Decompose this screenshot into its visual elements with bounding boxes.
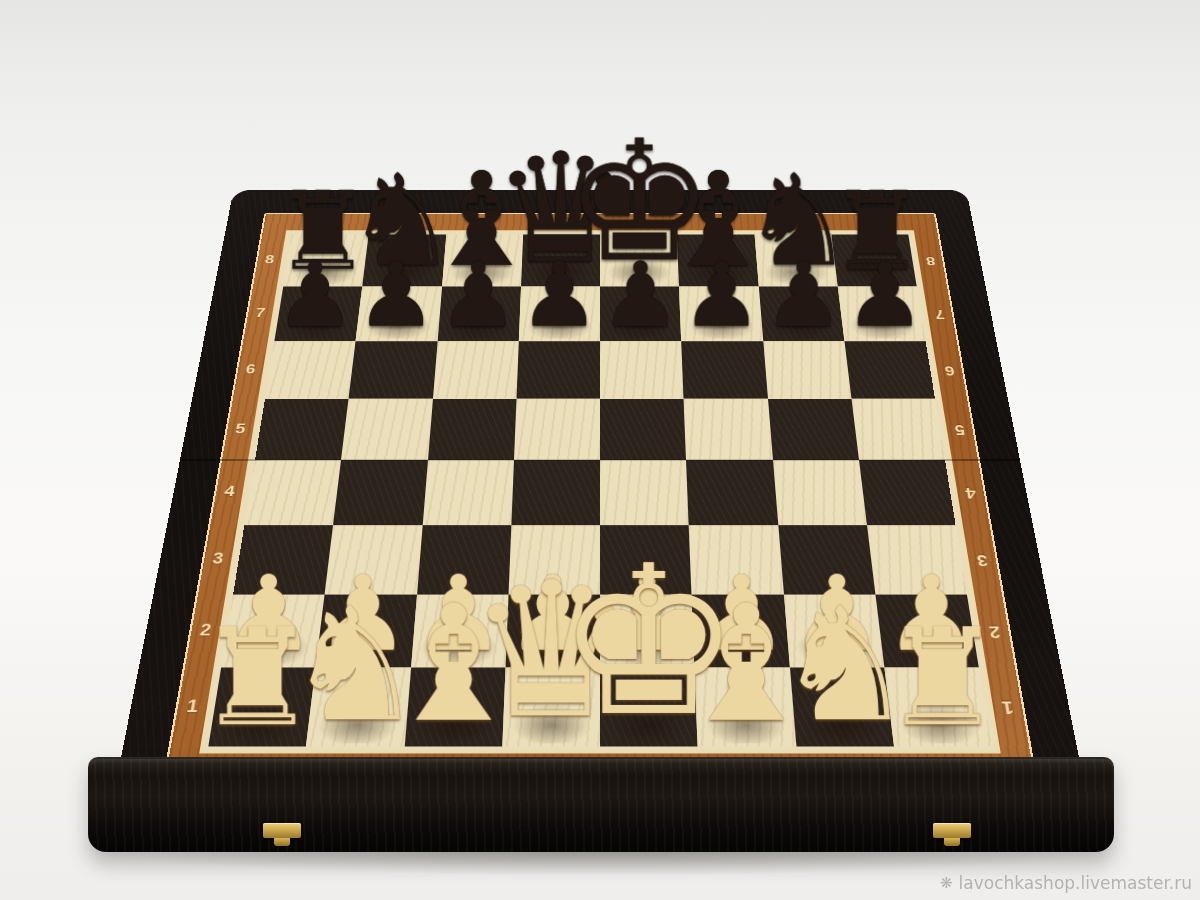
square-g4[interactable] <box>773 460 867 525</box>
square-b6[interactable] <box>349 341 437 399</box>
square-d7[interactable]: ♟ <box>519 286 600 341</box>
square-e4[interactable] <box>600 460 689 525</box>
square-c7[interactable]: ♟ <box>437 286 521 341</box>
piece-black-pawn-b7[interactable]: ♟ <box>356 250 436 340</box>
piece-black-pawn-h7[interactable]: ♟ <box>845 250 925 340</box>
square-a4[interactable] <box>244 460 341 525</box>
square-h4[interactable] <box>859 460 956 525</box>
square-c6[interactable] <box>432 341 518 399</box>
square-h7[interactable]: ♟ <box>838 286 926 341</box>
square-f7[interactable]: ♟ <box>679 286 763 341</box>
piece-white-rook-h1[interactable]: ♜ <box>882 611 1002 745</box>
square-f5[interactable] <box>684 399 773 460</box>
square-g5[interactable] <box>768 399 859 460</box>
chess-board: ♜♞♝♛♚♝♞♜♟♟♟♟♟♟♟♟♟♟♟♟♟♟♟♟♜♞♝♛♚♝♞♜ <box>208 235 991 747</box>
square-h6[interactable] <box>844 341 935 399</box>
square-e6[interactable] <box>600 341 684 399</box>
square-a5[interactable] <box>255 399 349 460</box>
square-b5[interactable] <box>341 399 432 460</box>
square-a7[interactable]: ♟ <box>274 286 362 341</box>
inner-pinstripe: ♜♞♝♛♚♝♞♜♟♟♟♟♟♟♟♟♟♟♟♟♟♟♟♟♜♞♝♛♚♝♞♜ <box>199 230 1001 753</box>
piece-black-pawn-c7[interactable]: ♟ <box>438 250 518 340</box>
coordinate-band: ABCDEFGH ABCDEFGH 87654321 87654321 ♜♞♝♛… <box>165 214 1035 779</box>
square-c4[interactable] <box>422 460 514 525</box>
square-c5[interactable] <box>428 399 517 460</box>
square-d6[interactable] <box>516 341 600 399</box>
square-d5[interactable] <box>514 399 600 460</box>
rosette-icon: ❋ <box>940 876 953 891</box>
chess-box-top: ABCDEFGH ABCDEFGH 87654321 87654321 ♜♞♝♛… <box>108 190 1092 824</box>
brass-latch-left[interactable] <box>263 823 301 838</box>
square-a6[interactable] <box>265 341 356 399</box>
brass-latch-right[interactable] <box>933 823 971 838</box>
square-b4[interactable] <box>333 460 427 525</box>
piece-black-pawn-e7[interactable]: ♟ <box>601 250 681 340</box>
square-h5[interactable] <box>851 399 945 460</box>
piece-black-pawn-f7[interactable]: ♟ <box>682 250 762 340</box>
square-g7[interactable]: ♟ <box>758 286 844 341</box>
square-d4[interactable] <box>511 460 600 525</box>
watermark-text: lavochkashop.livemaster.ru <box>959 873 1192 893</box>
square-e5[interactable] <box>600 399 686 460</box>
watermark: ❋ lavochkashop.livemaster.ru <box>940 873 1192 893</box>
square-e7[interactable]: ♟ <box>600 286 681 341</box>
piece-black-pawn-d7[interactable]: ♟ <box>519 250 599 340</box>
board-margin: ♜♞♝♛♚♝♞♜♟♟♟♟♟♟♟♟♟♟♟♟♟♟♟♟♜♞♝♛♚♝♞♜ <box>202 232 998 752</box>
photo-backdrop: ABCDEFGH ABCDEFGH 87654321 87654321 ♜♞♝♛… <box>0 0 1200 900</box>
square-b7[interactable]: ♟ <box>356 286 442 341</box>
square-h1[interactable]: ♜ <box>884 668 992 747</box>
box-front-edge <box>88 757 1114 852</box>
square-f6[interactable] <box>681 341 767 399</box>
piece-black-pawn-a7[interactable]: ♟ <box>275 250 355 340</box>
outer-pinstripe: ABCDEFGH ABCDEFGH 87654321 87654321 ♜♞♝♛… <box>162 213 1038 781</box>
square-g1[interactable]: ♞ <box>789 668 893 747</box>
piece-black-pawn-g7[interactable]: ♟ <box>763 250 843 340</box>
square-g6[interactable] <box>763 341 851 399</box>
square-f4[interactable] <box>686 460 778 525</box>
